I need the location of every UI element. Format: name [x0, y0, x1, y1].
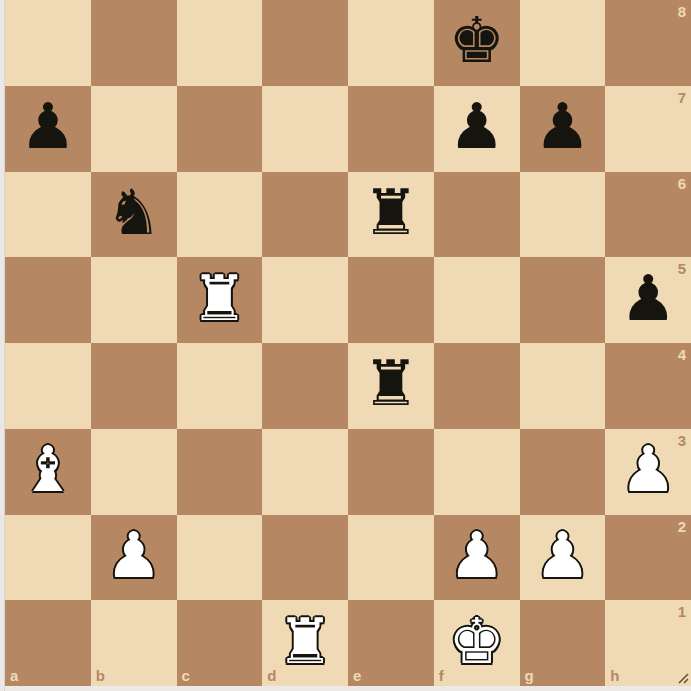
square-g8[interactable] [520, 0, 606, 86]
square-a1[interactable]: a [5, 600, 91, 686]
square-b6[interactable]: ♞ [91, 172, 177, 258]
square-c3[interactable] [177, 429, 263, 515]
square-f7[interactable]: ♟ [434, 86, 520, 172]
square-e2[interactable] [348, 515, 434, 601]
square-f1[interactable]: f♚ [434, 600, 520, 686]
square-d3[interactable] [262, 429, 348, 515]
square-a6[interactable] [5, 172, 91, 258]
board-resize-handle-icon[interactable] [676, 671, 690, 685]
file-label-g: g [525, 668, 534, 683]
square-e6[interactable]: ♜ [348, 172, 434, 258]
black-pawn[interactable]: ♟ [20, 95, 76, 158]
square-g7[interactable]: ♟ [520, 86, 606, 172]
file-label-e: e [353, 668, 361, 683]
square-d4[interactable] [262, 343, 348, 429]
white-rook[interactable]: ♜ [277, 610, 333, 673]
square-h6[interactable]: 6 [605, 172, 691, 258]
square-h7[interactable]: 7 [605, 86, 691, 172]
square-e4[interactable]: ♜ [348, 343, 434, 429]
square-d6[interactable] [262, 172, 348, 258]
square-e8[interactable] [348, 0, 434, 86]
black-knight[interactable]: ♞ [105, 181, 161, 244]
square-h4[interactable]: 4 [605, 343, 691, 429]
square-b7[interactable] [91, 86, 177, 172]
square-a7[interactable]: ♟ [5, 86, 91, 172]
file-label-h: h [610, 668, 619, 683]
file-label-d: d [267, 668, 276, 683]
white-rook[interactable]: ♜ [191, 267, 247, 330]
rank-label-4: 4 [678, 347, 686, 362]
square-f5[interactable] [434, 257, 520, 343]
chess-board: ♚8♟♟♟7♞♜6♜5♟♜4♝3♟♟♟♟2abcd♜ef♚g1h [5, 0, 691, 686]
rank-label-8: 8 [678, 4, 686, 19]
file-label-b: b [96, 668, 105, 683]
square-c8[interactable] [177, 0, 263, 86]
square-b3[interactable] [91, 429, 177, 515]
square-g1[interactable]: g [520, 600, 606, 686]
file-label-a: a [10, 668, 18, 683]
white-pawn[interactable]: ♟ [105, 524, 161, 587]
square-g2[interactable]: ♟ [520, 515, 606, 601]
black-rook[interactable]: ♜ [363, 352, 419, 415]
square-d1[interactable]: d♜ [262, 600, 348, 686]
square-b5[interactable] [91, 257, 177, 343]
square-e3[interactable] [348, 429, 434, 515]
square-f8[interactable]: ♚ [434, 0, 520, 86]
square-a5[interactable] [5, 257, 91, 343]
square-h8[interactable]: 8 [605, 0, 691, 86]
square-c5[interactable]: ♜ [177, 257, 263, 343]
square-c4[interactable] [177, 343, 263, 429]
square-c7[interactable] [177, 86, 263, 172]
square-b4[interactable] [91, 343, 177, 429]
page: { "game": "chess", "position": { "fen": … [0, 0, 691, 691]
square-f6[interactable] [434, 172, 520, 258]
file-label-c: c [182, 668, 190, 683]
square-h1[interactable]: 1h [605, 600, 691, 686]
file-label-f: f [439, 668, 444, 683]
square-a2[interactable] [5, 515, 91, 601]
white-pawn[interactable]: ♟ [620, 438, 676, 501]
square-e5[interactable] [348, 257, 434, 343]
square-h5[interactable]: 5♟ [605, 257, 691, 343]
square-b1[interactable]: b [91, 600, 177, 686]
rank-label-5: 5 [678, 261, 686, 276]
square-c1[interactable]: c [177, 600, 263, 686]
square-b8[interactable] [91, 0, 177, 86]
black-rook[interactable]: ♜ [363, 181, 419, 244]
square-a3[interactable]: ♝ [5, 429, 91, 515]
square-e7[interactable] [348, 86, 434, 172]
square-f4[interactable] [434, 343, 520, 429]
rank-label-7: 7 [678, 90, 686, 105]
black-king[interactable]: ♚ [448, 9, 504, 72]
square-b2[interactable]: ♟ [91, 515, 177, 601]
rank-label-2: 2 [678, 519, 686, 534]
white-pawn[interactable]: ♟ [534, 524, 590, 587]
square-a8[interactable] [5, 0, 91, 86]
square-f3[interactable] [434, 429, 520, 515]
square-g6[interactable] [520, 172, 606, 258]
rank-label-3: 3 [678, 433, 686, 448]
rank-label-6: 6 [678, 176, 686, 191]
square-d2[interactable] [262, 515, 348, 601]
square-c6[interactable] [177, 172, 263, 258]
black-pawn[interactable]: ♟ [534, 95, 590, 158]
white-pawn[interactable]: ♟ [448, 524, 504, 587]
square-c2[interactable] [177, 515, 263, 601]
square-g3[interactable] [520, 429, 606, 515]
square-a4[interactable] [5, 343, 91, 429]
square-g5[interactable] [520, 257, 606, 343]
square-d8[interactable] [262, 0, 348, 86]
square-h2[interactable]: 2 [605, 515, 691, 601]
white-bishop[interactable]: ♝ [20, 438, 76, 501]
square-f2[interactable]: ♟ [434, 515, 520, 601]
black-pawn[interactable]: ♟ [448, 95, 504, 158]
white-king[interactable]: ♚ [448, 610, 504, 673]
square-g4[interactable] [520, 343, 606, 429]
square-e1[interactable]: e [348, 600, 434, 686]
black-pawn[interactable]: ♟ [620, 267, 676, 330]
rank-label-1: 1 [678, 604, 686, 619]
square-d5[interactable] [262, 257, 348, 343]
square-h3[interactable]: 3♟ [605, 429, 691, 515]
square-d7[interactable] [262, 86, 348, 172]
